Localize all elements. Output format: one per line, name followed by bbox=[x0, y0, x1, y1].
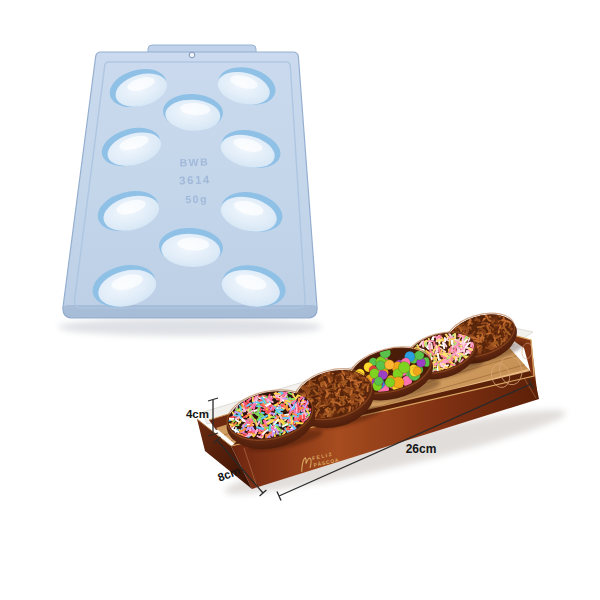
mold-brand-text: BWB bbox=[179, 155, 209, 168]
height-label: 4cm bbox=[186, 408, 209, 420]
mold-bottom-lip bbox=[63, 305, 317, 318]
mold-shadow bbox=[58, 318, 322, 336]
hang-hole bbox=[189, 52, 195, 58]
mold-weight-text: 50g bbox=[185, 193, 208, 206]
depth-label: 8cm bbox=[216, 464, 242, 483]
mold-code-text: 3614 bbox=[179, 173, 211, 186]
scene-canvas: BWB 3614 50g bbox=[0, 0, 600, 600]
chocolate-mold: BWB 3614 50g bbox=[58, 45, 322, 336]
length-label: 26cm bbox=[406, 442, 437, 456]
product-photo: BWB 3614 50g bbox=[0, 0, 600, 600]
